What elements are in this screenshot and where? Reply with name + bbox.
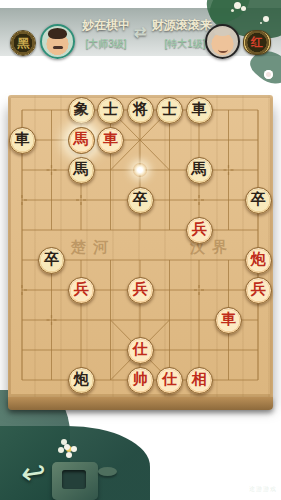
watermark: 途游游戏 xyxy=(249,485,277,494)
piece-glyph: 兵 xyxy=(133,282,148,297)
piece-black-horse[interactable]: 馬 xyxy=(68,157,95,184)
piece-black-soldier[interactable]: 卒 xyxy=(127,187,154,214)
piece-glyph: 馬 xyxy=(74,132,89,147)
piece-black-soldier[interactable]: 卒 xyxy=(245,187,272,214)
stone-cube-decoration xyxy=(52,462,98,500)
piece-black-advisor[interactable]: 士 xyxy=(97,97,124,124)
piece-black-general[interactable]: 将 xyxy=(127,97,154,124)
piece-glyph: 馬 xyxy=(192,162,207,177)
piece-red-advisor[interactable]: 仕 xyxy=(127,337,154,364)
piece-glyph: 車 xyxy=(221,312,236,327)
red-side-badge-label: 红 xyxy=(251,34,263,51)
piece-glyph: 車 xyxy=(15,132,30,147)
black-side-badge: 黑 xyxy=(10,30,36,56)
piece-glyph: 炮 xyxy=(251,252,266,267)
piece-black-advisor[interactable]: 士 xyxy=(156,97,183,124)
swap-arrows-icon: ⇄ xyxy=(126,23,154,41)
piece-glyph: 卒 xyxy=(44,252,59,267)
piece-glyph: 士 xyxy=(162,102,177,117)
piece-red-elephant[interactable]: 相 xyxy=(186,367,213,394)
piece-red-soldier[interactable]: 兵 xyxy=(127,277,154,304)
piece-glyph: 象 xyxy=(74,102,89,117)
piece-glyph: 兵 xyxy=(74,282,89,297)
top-bar: 黑 妙在棋中 [大师3级] ⇄ 财源滚滚来.. [特大1级] 红 xyxy=(0,10,281,56)
piece-black-elephant[interactable]: 象 xyxy=(68,97,95,124)
piece-red-chariot[interactable]: 車 xyxy=(215,307,242,334)
piece-glyph: 馬 xyxy=(74,162,89,177)
board-grid[interactable]: 象士将士車車馬車馬馬卒卒兵卒炮兵兵兵車仕炮帅仕相 xyxy=(7,95,273,395)
piece-black-chariot[interactable]: 車 xyxy=(186,97,213,124)
piece-red-soldier[interactable]: 兵 xyxy=(68,277,95,304)
black-side-badge-label: 黑 xyxy=(17,35,29,52)
piece-glyph: 仕 xyxy=(133,342,148,357)
red-side-badge: 红 xyxy=(243,30,271,55)
piece-black-horse[interactable]: 馬 xyxy=(186,157,213,184)
piece-red-advisor[interactable]: 仕 xyxy=(156,367,183,394)
board-edge xyxy=(8,397,273,410)
stone-cube-hole xyxy=(62,470,86,489)
game-screen: 黑 妙在棋中 [大师3级] ⇄ 财源滚滚来.. [特大1级] 红 楚河 汉界 象… xyxy=(0,0,281,500)
piece-glyph: 車 xyxy=(103,132,118,147)
piece-glyph: 卒 xyxy=(133,192,148,207)
piece-glyph: 卒 xyxy=(251,192,266,207)
piece-black-cannon[interactable]: 炮 xyxy=(68,367,95,394)
piece-red-soldier[interactable]: 兵 xyxy=(245,277,272,304)
piece-black-chariot[interactable]: 車 xyxy=(9,127,36,154)
piece-red-chariot[interactable]: 車 xyxy=(97,127,124,154)
last-move-indicator xyxy=(133,163,147,177)
xiangqi-board[interactable]: 楚河 汉界 象士将士車車馬車馬馬卒卒兵卒炮兵兵兵車仕炮帅仕相 xyxy=(8,95,273,397)
piece-glyph: 仕 xyxy=(162,372,177,387)
pebble-decoration xyxy=(98,467,117,476)
piece-red-cannon[interactable]: 炮 xyxy=(245,247,272,274)
flower-decoration xyxy=(264,70,273,79)
piece-glyph: 兵 xyxy=(251,282,266,297)
piece-glyph: 士 xyxy=(103,102,118,117)
piece-red-general[interactable]: 帅 xyxy=(127,367,154,394)
piece-glyph: 車 xyxy=(192,102,207,117)
piece-glyph: 将 xyxy=(133,102,148,117)
flower-decoration xyxy=(234,2,241,9)
piece-glyph: 炮 xyxy=(74,372,89,387)
piece-glyph: 帅 xyxy=(133,372,148,387)
back-button[interactable]: ↩ xyxy=(14,452,54,492)
piece-red-soldier[interactable]: 兵 xyxy=(186,217,213,244)
piece-glyph: 相 xyxy=(192,372,207,387)
white-flower-decoration xyxy=(64,444,70,450)
piece-glyph: 兵 xyxy=(192,222,207,237)
black-player-avatar[interactable] xyxy=(40,24,75,59)
red-player-avatar[interactable] xyxy=(205,24,240,59)
back-arrow-icon: ↩ xyxy=(19,453,49,491)
piece-red-horse[interactable]: 馬 xyxy=(68,127,95,154)
piece-black-soldier[interactable]: 卒 xyxy=(38,247,65,274)
